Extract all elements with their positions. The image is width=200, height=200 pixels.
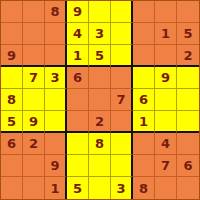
sudoku-cell-r4c2[interactable]: 7: [23, 67, 45, 89]
given-digit: 6: [139, 93, 148, 106]
sudoku-cell-r8c1[interactable]: [1, 155, 23, 177]
given-digit: 2: [29, 137, 38, 150]
sudoku-cell-r8c7[interactable]: [133, 155, 155, 177]
sudoku-cell-r8c5[interactable]: [89, 155, 111, 177]
given-digit: 8: [139, 182, 148, 195]
sudoku-cell-r9c9[interactable]: [177, 177, 199, 199]
sudoku-cell-r4c8[interactable]: 9: [155, 67, 177, 89]
sudoku-cell-r4c9[interactable]: [177, 67, 199, 89]
sudoku-cell-r6c2[interactable]: 9: [23, 111, 45, 133]
sudoku-cell-r5c1[interactable]: 8: [1, 89, 23, 111]
sudoku-cell-r2c2[interactable]: [23, 23, 45, 45]
sudoku-cell-r7c1[interactable]: 6: [1, 133, 23, 155]
sudoku-cell-r3c6[interactable]: [111, 45, 133, 67]
sudoku-cell-r5c4[interactable]: [67, 89, 89, 111]
sudoku-cell-r9c4[interactable]: 5: [67, 177, 89, 199]
sudoku-cell-r3c8[interactable]: [155, 45, 177, 67]
sudoku-cell-r9c1[interactable]: [1, 177, 23, 199]
sudoku-cell-r5c8[interactable]: [155, 89, 177, 111]
given-digit: 8: [7, 93, 16, 106]
given-digit: 1: [161, 27, 170, 40]
given-digit: 7: [161, 159, 170, 172]
sudoku-cell-r5c7[interactable]: 6: [133, 89, 155, 111]
sudoku-cell-r6c9[interactable]: [177, 111, 199, 133]
sudoku-cell-r1c4[interactable]: 9: [67, 1, 89, 23]
sudoku-board: 89431591527369876592162849761538: [0, 0, 200, 200]
sudoku-cell-r9c2[interactable]: [23, 177, 45, 199]
given-digit: 2: [95, 115, 104, 128]
sudoku-cell-r8c4[interactable]: [67, 155, 89, 177]
sudoku-cell-r3c5[interactable]: 5: [89, 45, 111, 67]
given-digit: 7: [116, 93, 125, 106]
given-digit: 5: [73, 182, 82, 195]
given-digit: 2: [183, 49, 192, 62]
given-digit: 6: [7, 137, 16, 150]
sudoku-cell-r2c9[interactable]: 5: [177, 23, 199, 45]
given-digit: 6: [73, 71, 82, 84]
sudoku-cell-r6c5[interactable]: 2: [89, 111, 111, 133]
sudoku-cell-r1c7[interactable]: [133, 1, 155, 23]
sudoku-cell-r1c3[interactable]: 8: [45, 1, 67, 23]
sudoku-cell-r4c3[interactable]: 3: [45, 67, 67, 89]
sudoku-cell-r2c4[interactable]: 4: [67, 23, 89, 45]
sudoku-cell-r1c8[interactable]: [155, 1, 177, 23]
given-digit: 9: [7, 49, 16, 62]
sudoku-cell-r2c5[interactable]: 3: [89, 23, 111, 45]
sudoku-cell-r9c8[interactable]: [155, 177, 177, 199]
given-digit: 5: [183, 27, 192, 40]
sudoku-cell-r8c2[interactable]: [23, 155, 45, 177]
sudoku-cell-r3c9[interactable]: 2: [177, 45, 199, 67]
given-digit: 3: [95, 27, 104, 40]
sudoku-cell-r7c2[interactable]: 2: [23, 133, 45, 155]
given-digit: 3: [116, 182, 125, 195]
given-digit: 5: [7, 115, 16, 128]
sudoku-cell-r9c7[interactable]: 8: [133, 177, 155, 199]
sudoku-cell-r3c3[interactable]: [45, 45, 67, 67]
sudoku-cell-r4c1[interactable]: [1, 67, 23, 89]
sudoku-cell-r4c6[interactable]: [111, 67, 133, 89]
sudoku-cell-r9c5[interactable]: [89, 177, 111, 199]
given-digit: 8: [95, 137, 104, 150]
sudoku-cell-r1c5[interactable]: [89, 1, 111, 23]
given-digit: 6: [183, 159, 192, 172]
sudoku-cell-r3c2[interactable]: [23, 45, 45, 67]
given-digit: 5: [95, 49, 104, 62]
sudoku-cell-r4c5[interactable]: [89, 67, 111, 89]
sudoku-cell-r7c5[interactable]: 8: [89, 133, 111, 155]
sudoku-cell-r2c7[interactable]: [133, 23, 155, 45]
given-digit: 4: [73, 27, 82, 40]
given-digit: 9: [29, 115, 38, 128]
sudoku-cell-r6c7[interactable]: 1: [133, 111, 155, 133]
sudoku-cell-r2c8[interactable]: 1: [155, 23, 177, 45]
sudoku-cell-r4c7[interactable]: [133, 67, 155, 89]
sudoku-cell-r3c7[interactable]: [133, 45, 155, 67]
sudoku-cell-r3c1[interactable]: 9: [1, 45, 23, 67]
sudoku-cell-r6c1[interactable]: 5: [1, 111, 23, 133]
sudoku-cell-r5c9[interactable]: [177, 89, 199, 111]
sudoku-cell-r5c2[interactable]: [23, 89, 45, 111]
given-digit: 9: [73, 5, 82, 18]
given-digit: 8: [50, 5, 59, 18]
sudoku-cell-r4c4[interactable]: 6: [67, 67, 89, 89]
sudoku-cell-r2c3[interactable]: [45, 23, 67, 45]
sudoku-cell-r7c6[interactable]: [111, 133, 133, 155]
given-digit: 1: [139, 115, 148, 128]
sudoku-cell-r5c6[interactable]: 7: [111, 89, 133, 111]
given-digit: 3: [50, 71, 59, 84]
sudoku-cell-r8c6[interactable]: [111, 155, 133, 177]
sudoku-cell-r7c7[interactable]: [133, 133, 155, 155]
given-digit: 7: [29, 71, 38, 84]
sudoku-cell-r7c8[interactable]: 4: [155, 133, 177, 155]
sudoku-cell-r5c5[interactable]: [89, 89, 111, 111]
sudoku-cell-r7c3[interactable]: [45, 133, 67, 155]
given-digit: 1: [73, 49, 82, 62]
sudoku-cell-r6c3[interactable]: [45, 111, 67, 133]
sudoku-cell-r7c9[interactable]: [177, 133, 199, 155]
sudoku-cell-r5c3[interactable]: [45, 89, 67, 111]
sudoku-cell-r7c4[interactable]: [67, 133, 89, 155]
sudoku-cell-r1c1[interactable]: [1, 1, 23, 23]
given-digit: 1: [50, 182, 59, 195]
sudoku-cell-r8c9[interactable]: 6: [177, 155, 199, 177]
sudoku-cell-r1c6[interactable]: [111, 1, 133, 23]
sudoku-cell-r6c6[interactable]: [111, 111, 133, 133]
sudoku-cell-r8c3[interactable]: 9: [45, 155, 67, 177]
given-digit: 4: [161, 137, 170, 150]
sudoku-cell-r2c6[interactable]: [111, 23, 133, 45]
sudoku-cell-r3c4[interactable]: 1: [67, 45, 89, 67]
sudoku-cell-r9c3[interactable]: 1: [45, 177, 67, 199]
sudoku-cell-r1c9[interactable]: [177, 1, 199, 23]
sudoku-cell-r9c6[interactable]: 3: [111, 177, 133, 199]
given-digit: 9: [161, 71, 170, 84]
sudoku-cell-r6c8[interactable]: [155, 111, 177, 133]
sudoku-cell-r6c4[interactable]: [67, 111, 89, 133]
sudoku-cell-r1c2[interactable]: [23, 1, 45, 23]
given-digit: 9: [50, 159, 59, 172]
sudoku-cell-r2c1[interactable]: [1, 23, 23, 45]
sudoku-cell-r8c8[interactable]: 7: [155, 155, 177, 177]
